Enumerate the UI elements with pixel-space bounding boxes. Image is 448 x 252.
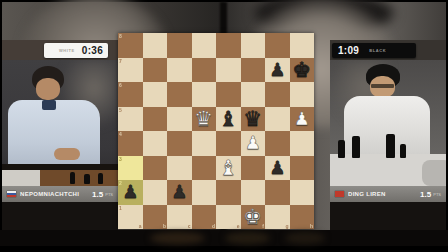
piece-bq-f5: ♛: [243, 108, 262, 129]
square-b5: [143, 107, 168, 132]
white-player-score: 1.5: [92, 190, 103, 199]
square-e1: e: [216, 205, 241, 230]
square-f4: ♟: [241, 131, 266, 156]
square-d1: d: [192, 205, 217, 230]
square-c4: [167, 131, 192, 156]
square-b2: [143, 180, 168, 205]
square-h6: [290, 82, 315, 107]
piece-wp-h5: ♟: [294, 110, 310, 128]
square-a7: 7: [118, 58, 143, 83]
physical-piece-silhouette: [386, 134, 395, 158]
square-e5: ♝: [216, 107, 241, 132]
square-h5: ♟: [290, 107, 315, 132]
audience-silhouette: [225, 232, 270, 244]
physical-piece-silhouette: [84, 174, 90, 184]
file-label-e: e: [237, 223, 240, 229]
piece-wq-d5: ♛: [194, 108, 213, 129]
square-h2: [290, 180, 315, 205]
square-a3: 3: [118, 156, 143, 181]
white-player-shirt: [8, 100, 100, 170]
piece-bp-c2: ♟: [171, 183, 187, 201]
white-player-flag-icon: [7, 191, 16, 197]
glasses-icon: [371, 84, 394, 88]
square-d4: [192, 131, 217, 156]
rank-label-3: 3: [119, 156, 122, 162]
square-d8: [192, 33, 217, 58]
white-clock-time: 0:36: [82, 45, 103, 56]
square-c7: [167, 58, 192, 83]
square-d6: [192, 82, 217, 107]
white-player-hands: [54, 148, 80, 160]
square-e2: [216, 180, 241, 205]
square-d7: [192, 58, 217, 83]
rank-label-8: 8: [119, 33, 122, 39]
black-player-name: DING LIREN: [348, 191, 420, 197]
physical-piece-silhouette: [98, 173, 103, 184]
square-e4: [216, 131, 241, 156]
square-c8: [167, 33, 192, 58]
piece-bb-e5: ♝: [219, 108, 238, 129]
file-label-f: f: [262, 223, 264, 229]
square-g4: [265, 131, 290, 156]
square-b6: [143, 82, 168, 107]
square-a5: 5: [118, 107, 143, 132]
chess-board: 87♟♚65♛♝♛♟4♟3♝♟2♟♟1abcdef♚gh: [118, 33, 314, 229]
audience-silhouette: [150, 232, 205, 244]
rank-label-5: 5: [119, 107, 122, 113]
file-label-d: d: [212, 223, 215, 229]
file-label-h: h: [310, 223, 313, 229]
square-a6: 6: [118, 82, 143, 107]
square-c2: ♟: [167, 180, 192, 205]
square-f7: [241, 58, 266, 83]
piece-bk-h7: ♚: [292, 59, 311, 80]
square-d5: ♛: [192, 107, 217, 132]
square-g8: [265, 33, 290, 58]
audience-strip: [0, 230, 448, 246]
square-g7: ♟: [265, 58, 290, 83]
square-e3: ♝: [216, 156, 241, 181]
broadcast-frame: WHITE 0:36 1:09 BLACK: [0, 0, 448, 252]
white-player-namebar: NEPOMNIACHTCHI 1.5 PTS: [2, 186, 118, 202]
square-h4: [290, 131, 315, 156]
square-h7: ♚: [290, 58, 315, 83]
white-side-label: WHITE: [59, 48, 75, 53]
square-a2: 2♟: [118, 180, 143, 205]
square-e8: [216, 33, 241, 58]
black-player-namebar: DING LIREN 1.5 PTS: [330, 186, 446, 202]
square-b1: b: [143, 205, 168, 230]
square-h1: h: [290, 205, 315, 230]
black-player-video-feed: [330, 60, 446, 186]
rank-label-6: 6: [119, 82, 122, 88]
square-g6: [265, 82, 290, 107]
piece-bp-g3: ♟: [269, 159, 285, 177]
square-d3: [192, 156, 217, 181]
file-label-g: g: [285, 223, 288, 229]
square-g1: g: [265, 205, 290, 230]
square-h8: [290, 33, 315, 58]
square-f6: [241, 82, 266, 107]
square-e7: [216, 58, 241, 83]
square-f3: [241, 156, 266, 181]
piece-bp-g7: ♟: [269, 61, 285, 79]
chair: [422, 160, 446, 186]
white-player-face: [36, 78, 60, 100]
square-c3: [167, 156, 192, 181]
black-clock: 1:09 BLACK: [332, 43, 416, 58]
rank-label-7: 7: [119, 58, 122, 64]
physical-piece-silhouette: [338, 140, 345, 158]
white-player-video-feed: [2, 60, 118, 186]
square-d2: [192, 180, 217, 205]
white-player-score-unit: PTS: [105, 192, 113, 197]
square-a1: 1a: [118, 205, 143, 230]
audience-silhouette: [285, 232, 325, 244]
rank-label-1: 1: [119, 205, 122, 211]
square-c1: c: [167, 205, 192, 230]
piece-wk-f1: ♚: [243, 206, 262, 227]
file-label-b: b: [163, 223, 166, 229]
square-c5: [167, 107, 192, 132]
physical-board: [40, 170, 118, 186]
china-flag-icon: [335, 191, 344, 197]
square-g3: ♟: [265, 156, 290, 181]
under-panel-right: [330, 202, 446, 230]
white-player-name: NEPOMNIACHTCHI: [20, 191, 92, 197]
table-surface: [2, 170, 42, 186]
rank-label-4: 4: [119, 131, 122, 137]
square-h3: [290, 156, 315, 181]
physical-piece-silhouette: [70, 172, 75, 184]
black-player-score-unit: PTS: [433, 192, 441, 197]
piece-wb-e3: ♝: [219, 157, 238, 178]
square-e6: [216, 82, 241, 107]
square-c6: [167, 82, 192, 107]
black-clock-time: 1:09: [338, 45, 359, 56]
square-g5: [265, 107, 290, 132]
square-b4: [143, 131, 168, 156]
white-clock: WHITE 0:36: [44, 43, 108, 58]
square-f1: f♚: [241, 205, 266, 230]
square-f8: [241, 33, 266, 58]
square-b7: [143, 58, 168, 83]
black-side-label: BLACK: [369, 48, 386, 53]
square-f2: [241, 180, 266, 205]
square-g2: [265, 180, 290, 205]
white-player-collar: [42, 100, 56, 110]
file-label-a: a: [139, 223, 142, 229]
black-player-score: 1.5: [420, 190, 431, 199]
piece-bp-a2: ♟: [122, 183, 138, 201]
file-label-c: c: [188, 223, 191, 229]
square-f5: ♛: [241, 107, 266, 132]
physical-piece-silhouette: [400, 144, 406, 158]
physical-piece-silhouette: [352, 136, 360, 158]
piece-wp-f4: ♟: [245, 134, 261, 152]
square-b3: [143, 156, 168, 181]
square-b8: [143, 33, 168, 58]
square-a8: 8: [118, 33, 143, 58]
square-a4: 4: [118, 131, 143, 156]
rank-label-2: 2: [119, 180, 122, 186]
under-panel-left: [2, 202, 118, 230]
